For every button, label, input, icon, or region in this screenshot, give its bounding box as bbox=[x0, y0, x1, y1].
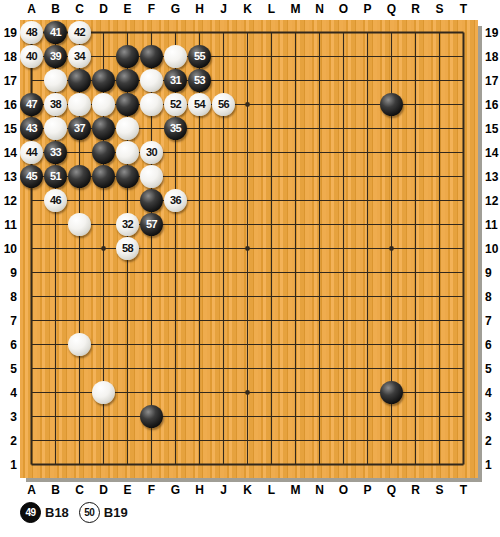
row-label-5: 5 bbox=[10, 357, 17, 381]
row-label-18: 18 bbox=[4, 45, 17, 69]
col-label-C: C bbox=[68, 2, 92, 16]
stone-B19[interactable]: 41 bbox=[44, 21, 67, 44]
stone-B15[interactable] bbox=[44, 117, 67, 140]
col-label-S: S bbox=[428, 2, 452, 16]
row-label-17: 17 bbox=[4, 69, 17, 93]
row-label-16: 16 bbox=[485, 93, 498, 117]
row-label-19: 19 bbox=[4, 21, 17, 45]
row-label-19: 19 bbox=[485, 21, 498, 45]
row-label-9: 9 bbox=[485, 261, 492, 285]
row-label-14: 14 bbox=[485, 141, 498, 165]
row-label-1: 1 bbox=[10, 453, 17, 477]
row-label-1: 1 bbox=[485, 453, 492, 477]
stone-G12[interactable]: 36 bbox=[164, 189, 187, 212]
caption-point-1: B19 bbox=[104, 505, 128, 520]
stone-E13[interactable] bbox=[116, 165, 139, 188]
stone-E14[interactable] bbox=[116, 141, 139, 164]
row-label-8: 8 bbox=[485, 285, 492, 309]
stone-G16[interactable]: 52 bbox=[164, 93, 187, 116]
stone-H16[interactable]: 54 bbox=[188, 93, 211, 116]
row-label-4: 4 bbox=[10, 381, 17, 405]
stone-C17[interactable] bbox=[68, 69, 91, 92]
row-label-12: 12 bbox=[485, 189, 498, 213]
stone-G18[interactable] bbox=[164, 45, 187, 68]
stone-H17[interactable]: 53 bbox=[188, 69, 211, 92]
col-label-H: H bbox=[188, 483, 212, 497]
row-label-6: 6 bbox=[485, 333, 492, 357]
stone-F11[interactable]: 57 bbox=[140, 213, 163, 236]
stone-C6[interactable] bbox=[68, 333, 91, 356]
row-label-11: 11 bbox=[4, 213, 17, 237]
stone-B12[interactable]: 46 bbox=[44, 189, 67, 212]
col-label-D: D bbox=[92, 2, 116, 16]
row-label-6: 6 bbox=[10, 333, 17, 357]
stone-D14[interactable] bbox=[92, 141, 115, 164]
col-label-O: O bbox=[332, 2, 356, 16]
stone-Q4[interactable] bbox=[380, 381, 403, 404]
col-label-D: D bbox=[92, 483, 116, 497]
stone-B17[interactable] bbox=[44, 69, 67, 92]
caption-stone-50: 50 bbox=[79, 502, 100, 523]
col-label-N: N bbox=[308, 483, 332, 497]
row-label-2: 2 bbox=[10, 429, 17, 453]
col-label-K: K bbox=[236, 2, 260, 16]
stone-A13[interactable]: 45 bbox=[20, 165, 43, 188]
stone-A19[interactable]: 48 bbox=[20, 21, 43, 44]
col-label-N: N bbox=[308, 2, 332, 16]
stone-E11[interactable]: 32 bbox=[116, 213, 139, 236]
stone-E16[interactable] bbox=[116, 93, 139, 116]
col-label-L: L bbox=[260, 2, 284, 16]
col-label-F: F bbox=[140, 2, 164, 16]
row-label-12: 12 bbox=[4, 189, 17, 213]
col-label-E: E bbox=[116, 2, 140, 16]
stone-H18[interactable]: 55 bbox=[188, 45, 211, 68]
row-label-14: 14 bbox=[4, 141, 17, 165]
stone-Q16[interactable] bbox=[380, 93, 403, 116]
caption-stone-49: 49 bbox=[20, 502, 41, 523]
col-label-B: B bbox=[44, 483, 68, 497]
col-label-M: M bbox=[284, 483, 308, 497]
row-label-15: 15 bbox=[485, 117, 498, 141]
stone-F3[interactable] bbox=[140, 405, 163, 428]
row-label-3: 3 bbox=[10, 405, 17, 429]
col-label-A: A bbox=[20, 2, 44, 16]
stone-F12[interactable] bbox=[140, 189, 163, 212]
stone-C16[interactable] bbox=[68, 93, 91, 116]
stone-B13[interactable]: 51 bbox=[44, 165, 67, 188]
stone-D16[interactable] bbox=[92, 93, 115, 116]
row-label-10: 10 bbox=[4, 237, 17, 261]
col-label-M: M bbox=[284, 2, 308, 16]
stone-J16[interactable]: 56 bbox=[212, 93, 235, 116]
stone-A16[interactable]: 47 bbox=[20, 93, 43, 116]
stone-F14[interactable]: 30 bbox=[140, 141, 163, 164]
col-label-T: T bbox=[452, 2, 476, 16]
col-label-B: B bbox=[44, 2, 68, 16]
row-label-13: 13 bbox=[485, 165, 498, 189]
col-label-J: J bbox=[212, 483, 236, 497]
col-label-E: E bbox=[116, 483, 140, 497]
col-label-K: K bbox=[236, 483, 260, 497]
stone-E10[interactable]: 58 bbox=[116, 237, 139, 260]
stone-E15[interactable] bbox=[116, 117, 139, 140]
row-label-16: 16 bbox=[4, 93, 17, 117]
row-label-4: 4 bbox=[485, 381, 492, 405]
row-label-9: 9 bbox=[10, 261, 17, 285]
stone-G15[interactable]: 35 bbox=[164, 117, 187, 140]
row-label-11: 11 bbox=[485, 213, 498, 237]
col-label-P: P bbox=[356, 483, 380, 497]
column-labels-top: ABCDEFGHJKLMNOPQRST bbox=[20, 2, 476, 16]
stone-E17[interactable] bbox=[116, 69, 139, 92]
stone-C19[interactable]: 42 bbox=[68, 21, 91, 44]
col-label-C: C bbox=[68, 483, 92, 497]
row-label-7: 7 bbox=[10, 309, 17, 333]
column-labels-bottom: ABCDEFGHJKLMNOPQRST bbox=[20, 483, 476, 497]
stone-A14[interactable]: 44 bbox=[20, 141, 43, 164]
stone-B18[interactable]: 39 bbox=[44, 45, 67, 68]
col-label-F: F bbox=[140, 483, 164, 497]
col-label-T: T bbox=[452, 483, 476, 497]
row-label-10: 10 bbox=[485, 237, 498, 261]
col-label-G: G bbox=[164, 2, 188, 16]
col-label-L: L bbox=[260, 483, 284, 497]
stone-D17[interactable] bbox=[92, 69, 115, 92]
row-labels-left: 19181716151413121110987654321 bbox=[0, 21, 17, 477]
stone-F13[interactable] bbox=[140, 165, 163, 188]
stone-A15[interactable]: 43 bbox=[20, 117, 43, 140]
row-label-18: 18 bbox=[485, 45, 498, 69]
stone-F18[interactable] bbox=[140, 45, 163, 68]
row-label-15: 15 bbox=[4, 117, 17, 141]
stones-grid[interactable]: 4841424039345531534738525456433735443330… bbox=[20, 21, 476, 477]
col-label-H: H bbox=[188, 2, 212, 16]
col-label-R: R bbox=[404, 483, 428, 497]
col-label-G: G bbox=[164, 483, 188, 497]
col-label-P: P bbox=[356, 2, 380, 16]
row-label-17: 17 bbox=[485, 69, 498, 93]
move-caption: 49B1850B19 bbox=[20, 502, 134, 522]
stone-D4[interactable] bbox=[92, 381, 115, 404]
stone-A18[interactable]: 40 bbox=[20, 45, 43, 68]
col-label-Q: Q bbox=[380, 2, 404, 16]
col-label-Q: Q bbox=[380, 483, 404, 497]
row-label-3: 3 bbox=[485, 405, 492, 429]
stone-C18[interactable]: 34 bbox=[68, 45, 91, 68]
stone-G17[interactable]: 31 bbox=[164, 69, 187, 92]
col-label-S: S bbox=[428, 483, 452, 497]
row-label-8: 8 bbox=[10, 285, 17, 309]
col-label-A: A bbox=[20, 483, 44, 497]
row-label-7: 7 bbox=[485, 309, 492, 333]
col-label-J: J bbox=[212, 2, 236, 16]
stone-B14[interactable]: 33 bbox=[44, 141, 67, 164]
caption-point-0: B18 bbox=[45, 505, 69, 520]
stone-D13[interactable] bbox=[92, 165, 115, 188]
col-label-O: O bbox=[332, 483, 356, 497]
stone-D15[interactable] bbox=[92, 117, 115, 140]
stone-C13[interactable] bbox=[68, 165, 91, 188]
stone-C15[interactable]: 37 bbox=[68, 117, 91, 140]
row-label-2: 2 bbox=[485, 429, 492, 453]
stone-F16[interactable] bbox=[140, 93, 163, 116]
stone-C11[interactable] bbox=[68, 213, 91, 236]
stone-E18[interactable] bbox=[116, 45, 139, 68]
stone-B16[interactable]: 38 bbox=[44, 93, 67, 116]
row-labels-right: 19181716151413121110987654321 bbox=[485, 21, 500, 477]
go-diagram: ABCDEFGHJKLMNOPQRST ABCDEFGHJKLMNOPQRST … bbox=[0, 0, 500, 537]
row-label-13: 13 bbox=[4, 165, 17, 189]
stone-F17[interactable] bbox=[140, 69, 163, 92]
row-label-5: 5 bbox=[485, 357, 492, 381]
col-label-R: R bbox=[404, 2, 428, 16]
